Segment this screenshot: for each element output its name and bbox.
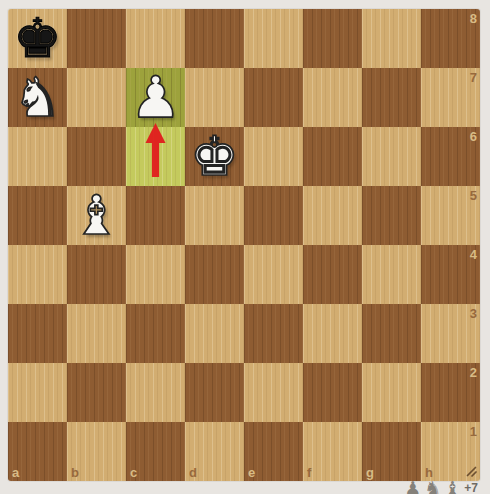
square-d7[interactable] xyxy=(185,68,244,127)
square-b4[interactable] xyxy=(67,245,126,304)
captured-knight-icon: ♞ xyxy=(424,479,441,494)
square-d6[interactable]: ♚ xyxy=(185,127,244,186)
rank-label-2: 2 xyxy=(470,366,477,379)
square-e4[interactable] xyxy=(244,245,303,304)
square-d1[interactable]: d xyxy=(185,422,244,481)
square-h7[interactable]: 7 xyxy=(421,68,480,127)
board-resize-handle[interactable] xyxy=(465,465,478,478)
rank-label-4: 4 xyxy=(470,248,477,261)
file-label-f: f xyxy=(307,466,311,479)
square-d3[interactable] xyxy=(185,304,244,363)
chess-board: ♚8♞♟7♚6♝5432abcdefg1h xyxy=(8,9,480,481)
square-g6[interactable] xyxy=(362,127,421,186)
square-a4[interactable] xyxy=(8,245,67,304)
rank-label-6: 6 xyxy=(470,130,477,143)
square-f1[interactable]: f xyxy=(303,422,362,481)
square-h6[interactable]: 6 xyxy=(421,127,480,186)
square-e7[interactable] xyxy=(244,68,303,127)
captured-bishop-icon: ♝ xyxy=(444,479,461,494)
square-e1[interactable]: e xyxy=(244,422,303,481)
square-g5[interactable] xyxy=(362,186,421,245)
square-e5[interactable] xyxy=(244,186,303,245)
file-label-b: b xyxy=(71,466,79,479)
square-a3[interactable] xyxy=(8,304,67,363)
material-score: +7 xyxy=(464,481,478,494)
square-h4[interactable]: 4 xyxy=(421,245,480,304)
square-b3[interactable] xyxy=(67,304,126,363)
square-g1[interactable]: g xyxy=(362,422,421,481)
square-f4[interactable] xyxy=(303,245,362,304)
square-c3[interactable] xyxy=(126,304,185,363)
square-f6[interactable] xyxy=(303,127,362,186)
file-label-a: a xyxy=(12,466,19,479)
square-h3[interactable]: 3 xyxy=(421,304,480,363)
square-c2[interactable] xyxy=(126,363,185,422)
file-label-d: d xyxy=(189,466,197,479)
square-d4[interactable] xyxy=(185,245,244,304)
square-h2[interactable]: 2 xyxy=(421,363,480,422)
square-c1[interactable]: c xyxy=(126,422,185,481)
square-c4[interactable] xyxy=(126,245,185,304)
rank-label-7: 7 xyxy=(470,71,477,84)
square-d8[interactable] xyxy=(185,9,244,68)
square-h8[interactable]: 8 xyxy=(421,9,480,68)
square-c6[interactable] xyxy=(126,127,185,186)
white-pawn[interactable]: ♟ xyxy=(126,68,185,127)
captured-pawn-icon: ♟ xyxy=(404,479,421,494)
rank-label-8: 8 xyxy=(470,12,477,25)
file-label-e: e xyxy=(248,466,255,479)
square-f5[interactable] xyxy=(303,186,362,245)
white-king[interactable]: ♚ xyxy=(185,127,244,186)
square-g3[interactable] xyxy=(362,304,421,363)
square-f8[interactable] xyxy=(303,9,362,68)
rank-label-1: 1 xyxy=(470,425,477,438)
square-a2[interactable] xyxy=(8,363,67,422)
page: ♚8♞♟7♚6♝5432abcdefg1h ♟♞♝+7 xyxy=(0,0,490,494)
square-c5[interactable] xyxy=(126,186,185,245)
square-g4[interactable] xyxy=(362,245,421,304)
square-a8[interactable]: ♚ xyxy=(8,9,67,68)
square-a6[interactable] xyxy=(8,127,67,186)
square-b1[interactable]: b xyxy=(67,422,126,481)
square-f2[interactable] xyxy=(303,363,362,422)
square-b7[interactable] xyxy=(67,68,126,127)
square-b5[interactable]: ♝ xyxy=(67,186,126,245)
square-d5[interactable] xyxy=(185,186,244,245)
white-knight[interactable]: ♞ xyxy=(8,68,67,127)
captured-pieces-tray: ♟♞♝+7 xyxy=(404,481,478,494)
square-e2[interactable] xyxy=(244,363,303,422)
square-d2[interactable] xyxy=(185,363,244,422)
square-c7[interactable]: ♟ xyxy=(126,68,185,127)
square-b2[interactable] xyxy=(67,363,126,422)
square-a5[interactable] xyxy=(8,186,67,245)
square-g8[interactable] xyxy=(362,9,421,68)
square-e8[interactable] xyxy=(244,9,303,68)
white-bishop[interactable]: ♝ xyxy=(67,186,126,245)
square-e3[interactable] xyxy=(244,304,303,363)
square-b6[interactable] xyxy=(67,127,126,186)
black-king[interactable]: ♚ xyxy=(8,9,67,68)
rank-label-5: 5 xyxy=(470,189,477,202)
file-label-g: g xyxy=(366,466,374,479)
file-label-c: c xyxy=(130,466,137,479)
square-a1[interactable]: a xyxy=(8,422,67,481)
square-a7[interactable]: ♞ xyxy=(8,68,67,127)
square-f3[interactable] xyxy=(303,304,362,363)
square-f7[interactable] xyxy=(303,68,362,127)
rank-label-3: 3 xyxy=(470,307,477,320)
square-g2[interactable] xyxy=(362,363,421,422)
square-h5[interactable]: 5 xyxy=(421,186,480,245)
square-c8[interactable] xyxy=(126,9,185,68)
square-g7[interactable] xyxy=(362,68,421,127)
square-e6[interactable] xyxy=(244,127,303,186)
square-b8[interactable] xyxy=(67,9,126,68)
